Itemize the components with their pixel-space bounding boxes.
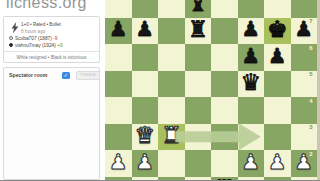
square-e1[interactable]: ♜	[211, 177, 238, 181]
square-d4[interactable]	[185, 97, 212, 124]
square-h7[interactable]: ♟7	[291, 18, 318, 45]
square-f1[interactable]	[238, 177, 265, 181]
piece-black-king-g7[interactable]: ♚	[264, 17, 291, 44]
black-color-icon	[9, 43, 13, 47]
white-player-rating: (1887)	[38, 36, 52, 41]
piece-white-rook-c3[interactable]: ♜	[158, 123, 185, 150]
rank-label-3: 3	[309, 124, 312, 130]
square-a1[interactable]	[105, 177, 132, 181]
square-a4[interactable]	[105, 97, 132, 124]
black-player-name[interactable]: vishnu7may	[15, 43, 41, 48]
square-h5[interactable]: 5	[291, 71, 318, 98]
white-player-name[interactable]: Scuba707	[15, 36, 37, 41]
game-meta-card: 1+0 • Rated • Bullet 8 hours ago Scuba70…	[3, 16, 100, 63]
square-b1[interactable]	[132, 177, 159, 181]
square-g4[interactable]	[264, 97, 291, 124]
game-result-text: White resigned • Black is victorious	[4, 55, 99, 60]
rank-label-7: 7	[309, 18, 312, 24]
square-c5[interactable]	[158, 71, 185, 98]
rank-label-6: 6	[309, 45, 312, 51]
square-e7[interactable]	[211, 18, 238, 45]
piece-white-pawn-f2[interactable]: ♟	[238, 149, 265, 176]
square-b7[interactable]: ♟	[132, 18, 159, 45]
square-c2[interactable]	[158, 150, 185, 177]
square-e5[interactable]	[211, 71, 238, 98]
game-setup-label: 1+0 • Rated • Bullet	[21, 22, 61, 27]
square-e2[interactable]	[211, 150, 238, 177]
lichess-logo[interactable]: lichess.org	[6, 0, 87, 12]
square-d2[interactable]	[185, 150, 212, 177]
square-d5[interactable]	[185, 71, 212, 98]
square-b8[interactable]	[132, 0, 159, 18]
square-d1[interactable]	[185, 177, 212, 181]
square-h4[interactable]: 4	[291, 97, 318, 124]
chat-title: Spectator room	[9, 72, 47, 78]
square-d7[interactable]: ♜	[185, 18, 212, 45]
white-rating-delta: -9	[53, 36, 57, 41]
square-b6[interactable]	[132, 44, 159, 71]
square-f7[interactable]: ♟	[238, 18, 265, 45]
piece-black-pawn-h7[interactable]: ♟	[291, 17, 318, 44]
square-b2[interactable]: ♟	[132, 150, 159, 177]
chat-toggle-checkbox[interactable]	[62, 72, 70, 80]
piece-white-pawn-a2[interactable]: ♟	[105, 149, 132, 176]
square-a6[interactable]	[105, 44, 132, 71]
piece-black-rook-e1[interactable]: ♜	[211, 176, 238, 181]
square-c8[interactable]	[158, 0, 185, 18]
meta-divider	[4, 51, 99, 52]
piece-black-pawn-f7[interactable]: ♟	[238, 17, 265, 44]
rank-label-4: 4	[309, 98, 312, 104]
white-player-row: Scuba707 (1887) -9	[9, 36, 57, 41]
square-c1[interactable]	[158, 177, 185, 181]
rank-label-5: 5	[309, 71, 312, 77]
spectator-chat-card: Spectator room TOGGLE	[3, 67, 100, 180]
square-f6[interactable]: ♟	[238, 44, 265, 71]
square-g2[interactable]: ♟	[264, 150, 291, 177]
square-b5[interactable]	[132, 71, 159, 98]
piece-white-pawn-g2[interactable]: ♟	[264, 149, 291, 176]
square-a7[interactable]: ♟	[105, 18, 132, 45]
square-c3[interactable]: ♜	[158, 124, 185, 151]
piece-white-pawn-b2[interactable]: ♟	[132, 149, 159, 176]
piece-black-pawn-f6[interactable]: ♟	[238, 43, 265, 70]
piece-black-pawn-b7[interactable]: ♟	[132, 17, 159, 44]
square-h8[interactable]	[291, 0, 318, 18]
square-f2[interactable]: ♟	[238, 150, 265, 177]
piece-black-pawn-g6[interactable]: ♟	[264, 43, 291, 70]
chess-board[interactable]: ♝♟♟♜♟♚♟7♟♟6♛54♛♜3♟♟♟♟♟2♜	[105, 0, 317, 180]
square-g7[interactable]: ♚	[264, 18, 291, 45]
square-g8[interactable]	[264, 0, 291, 18]
square-g3[interactable]	[264, 124, 291, 151]
square-d3[interactable]	[185, 124, 212, 151]
square-f5[interactable]: ♛	[238, 71, 265, 98]
square-h2[interactable]: ♟2	[291, 150, 318, 177]
square-a5[interactable]	[105, 71, 132, 98]
square-e3[interactable]	[211, 124, 238, 151]
bullet-lightning-icon	[11, 22, 19, 34]
square-h1[interactable]	[291, 177, 318, 181]
piece-black-pawn-a7[interactable]: ♟	[105, 17, 132, 44]
piece-black-rook-d7[interactable]: ♜	[185, 17, 212, 44]
black-player-row: vishnu7may (1924) +9	[9, 43, 63, 48]
square-c4[interactable]	[158, 97, 185, 124]
square-g6[interactable]: ♟	[264, 44, 291, 71]
piece-black-queen-f5[interactable]: ♛	[238, 70, 265, 97]
white-color-icon	[9, 36, 13, 40]
black-rating-delta: +9	[57, 43, 62, 48]
piece-black-bishop-d8[interactable]: ♝	[185, 0, 212, 17]
square-a3[interactable]	[105, 124, 132, 151]
square-c6[interactable]	[158, 44, 185, 71]
square-b3[interactable]: ♛	[132, 124, 159, 151]
square-e4[interactable]	[211, 97, 238, 124]
square-b4[interactable]	[132, 97, 159, 124]
square-g1[interactable]	[264, 177, 291, 181]
black-player-rating: (1924)	[42, 43, 56, 48]
piece-white-pawn-h2[interactable]: ♟	[291, 149, 318, 176]
square-f4[interactable]	[238, 97, 265, 124]
square-d6[interactable]	[185, 44, 212, 71]
square-h6[interactable]: 6	[291, 44, 318, 71]
square-h3[interactable]: 3	[291, 124, 318, 151]
lichess-game-page: lichess.org 1+0 • Rated • Bullet 8 hours…	[0, 0, 320, 180]
piece-white-queen-b3[interactable]: ♛	[132, 123, 159, 150]
square-a2[interactable]: ♟	[105, 150, 132, 177]
square-d8[interactable]: ♝	[185, 0, 212, 18]
square-f3[interactable]	[238, 124, 265, 151]
square-g5[interactable]	[264, 71, 291, 98]
square-e8[interactable]	[211, 0, 238, 18]
square-f8[interactable]	[238, 0, 265, 18]
chat-toggle-button[interactable]: TOGGLE	[76, 71, 100, 80]
rank-label-2: 2	[309, 151, 312, 157]
square-e6[interactable]	[211, 44, 238, 71]
square-a8[interactable]	[105, 0, 132, 18]
game-time-ago: 8 hours ago	[21, 29, 45, 34]
square-c7[interactable]	[158, 18, 185, 45]
